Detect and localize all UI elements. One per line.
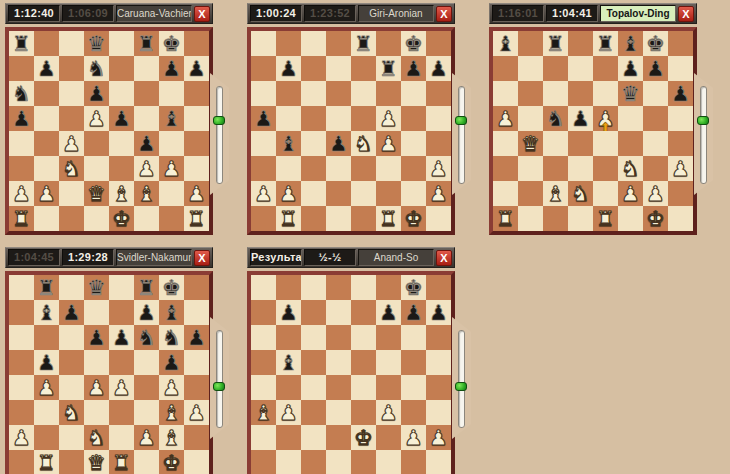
square-c8[interactable]: [59, 31, 84, 56]
square-g4[interactable]: [401, 131, 426, 156]
square-g4[interactable]: [401, 375, 426, 400]
square-a1[interactable]: [9, 450, 34, 474]
square-f1[interactable]: [618, 206, 643, 231]
close-button[interactable]: X: [436, 250, 452, 266]
square-a2[interactable]: [493, 181, 518, 206]
square-h5[interactable]: [184, 350, 209, 375]
square-e1[interactable]: ♜: [593, 206, 618, 231]
square-c4[interactable]: [301, 375, 326, 400]
square-d2[interactable]: ♞: [568, 181, 593, 206]
square-b8[interactable]: [276, 275, 301, 300]
square-g3[interactable]: [401, 156, 426, 181]
square-c4[interactable]: ♟: [59, 131, 84, 156]
square-d2[interactable]: ♞: [84, 425, 109, 450]
square-h4[interactable]: [426, 375, 451, 400]
square-e1[interactable]: [351, 450, 376, 474]
square-c1[interactable]: [59, 450, 84, 474]
square-f7[interactable]: ♜: [376, 56, 401, 81]
square-d6[interactable]: [326, 81, 351, 106]
square-e6[interactable]: [351, 81, 376, 106]
square-b7[interactable]: ♝: [34, 300, 59, 325]
square-a3[interactable]: [9, 400, 34, 425]
square-d7[interactable]: ♞: [84, 56, 109, 81]
square-h4[interactable]: [184, 131, 209, 156]
square-f2[interactable]: ♝: [134, 181, 159, 206]
square-a6[interactable]: [9, 325, 34, 350]
square-h6[interactable]: ♟: [184, 325, 209, 350]
square-e2[interactable]: [593, 181, 618, 206]
square-e5[interactable]: [351, 106, 376, 131]
square-e3[interactable]: [109, 156, 134, 181]
square-a5[interactable]: [251, 350, 276, 375]
square-e6[interactable]: [593, 81, 618, 106]
square-c4[interactable]: [59, 375, 84, 400]
square-b3[interactable]: [276, 156, 301, 181]
window-titlebar[interactable]: Результа ½-½ Anand-So X: [247, 247, 455, 268]
square-e4[interactable]: ♞: [351, 131, 376, 156]
square-h8[interactable]: [184, 275, 209, 300]
square-c3[interactable]: ♞: [59, 156, 84, 181]
square-d3[interactable]: [568, 156, 593, 181]
square-f3[interactable]: ♟: [376, 400, 401, 425]
square-f5[interactable]: [134, 350, 159, 375]
square-d6[interactable]: [326, 325, 351, 350]
square-g1[interactable]: ♚: [643, 206, 668, 231]
square-f3[interactable]: [134, 400, 159, 425]
square-e6[interactable]: [109, 81, 134, 106]
square-a3[interactable]: [493, 156, 518, 181]
square-b5[interactable]: [518, 106, 543, 131]
square-b7[interactable]: ♟: [276, 300, 301, 325]
square-g2[interactable]: ♟: [401, 425, 426, 450]
square-b1[interactable]: ♜: [34, 450, 59, 474]
square-c7[interactable]: ♟: [59, 300, 84, 325]
square-f8[interactable]: ♜: [134, 275, 159, 300]
square-a5[interactable]: [9, 350, 34, 375]
square-g5[interactable]: ♟: [159, 350, 184, 375]
square-f5[interactable]: [618, 106, 643, 131]
window-titlebar[interactable]: 1:00:24 1:23:52 Giri-Aronian X: [247, 3, 455, 24]
square-d1[interactable]: [326, 206, 351, 231]
square-e8[interactable]: [351, 275, 376, 300]
square-f6[interactable]: [376, 81, 401, 106]
square-d3[interactable]: [84, 400, 109, 425]
square-h1[interactable]: [184, 450, 209, 474]
square-c4[interactable]: [301, 131, 326, 156]
square-e3[interactable]: [593, 156, 618, 181]
square-e7[interactable]: [109, 300, 134, 325]
square-h2[interactable]: ♟: [426, 181, 451, 206]
square-e8[interactable]: [109, 31, 134, 56]
square-d6[interactable]: ♟: [84, 81, 109, 106]
square-d5[interactable]: ♟: [568, 106, 593, 131]
square-b7[interactable]: ♟: [276, 56, 301, 81]
square-a8[interactable]: [251, 31, 276, 56]
square-b2[interactable]: ♟: [34, 181, 59, 206]
square-f6[interactable]: ♞: [134, 325, 159, 350]
slider-thumb[interactable]: [213, 116, 225, 125]
square-h4[interactable]: [426, 131, 451, 156]
square-h1[interactable]: [426, 206, 451, 231]
square-a2[interactable]: ♟: [251, 181, 276, 206]
square-d1[interactable]: [568, 206, 593, 231]
square-e2[interactable]: [351, 181, 376, 206]
square-g7[interactable]: ♟: [401, 300, 426, 325]
square-g8[interactable]: ♚: [159, 31, 184, 56]
square-e8[interactable]: [109, 275, 134, 300]
close-button[interactable]: X: [194, 6, 210, 22]
square-f1[interactable]: [134, 206, 159, 231]
square-h1[interactable]: [668, 206, 693, 231]
square-g1[interactable]: [401, 450, 426, 474]
square-a7[interactable]: [9, 56, 34, 81]
square-b3[interactable]: [34, 400, 59, 425]
square-c6[interactable]: [543, 81, 568, 106]
slider-thumb[interactable]: [213, 382, 225, 391]
square-f7[interactable]: ♟: [618, 56, 643, 81]
square-f8[interactable]: ♝: [618, 31, 643, 56]
square-h8[interactable]: [426, 31, 451, 56]
square-e2[interactable]: [109, 425, 134, 450]
square-c1[interactable]: [543, 206, 568, 231]
square-a8[interactable]: [251, 275, 276, 300]
square-a6[interactable]: [251, 325, 276, 350]
square-c2[interactable]: [59, 181, 84, 206]
square-d8[interactable]: [326, 275, 351, 300]
square-d3[interactable]: [84, 156, 109, 181]
square-f2[interactable]: ♟: [618, 181, 643, 206]
square-g5[interactable]: ♝: [159, 106, 184, 131]
square-d7[interactable]: [568, 56, 593, 81]
square-d4[interactable]: [568, 131, 593, 156]
square-a4[interactable]: [493, 131, 518, 156]
square-d1[interactable]: [326, 450, 351, 474]
square-h7[interactable]: [184, 300, 209, 325]
square-d8[interactable]: [326, 31, 351, 56]
square-c4[interactable]: [543, 131, 568, 156]
square-d3[interactable]: [326, 400, 351, 425]
square-c8[interactable]: ♜: [543, 31, 568, 56]
square-a5[interactable]: ♟: [493, 106, 518, 131]
square-a4[interactable]: [9, 131, 34, 156]
square-h8[interactable]: [184, 31, 209, 56]
square-b6[interactable]: [34, 81, 59, 106]
square-b7[interactable]: ♟: [34, 56, 59, 81]
slider-track[interactable]: [700, 86, 707, 184]
square-g3[interactable]: [643, 156, 668, 181]
square-a1[interactable]: [251, 450, 276, 474]
square-b4[interactable]: ♝: [276, 131, 301, 156]
square-e3[interactable]: [351, 400, 376, 425]
square-b8[interactable]: [518, 31, 543, 56]
square-a4[interactable]: [251, 375, 276, 400]
square-f3[interactable]: ♞: [618, 156, 643, 181]
square-c1[interactable]: [301, 450, 326, 474]
square-g6[interactable]: [643, 81, 668, 106]
square-e5[interactable]: ♟⬆: [593, 106, 618, 131]
square-h3[interactable]: ♟: [668, 156, 693, 181]
slider-track[interactable]: [458, 330, 465, 428]
square-g1[interactable]: ♚: [159, 450, 184, 474]
square-g4[interactable]: [159, 131, 184, 156]
square-g8[interactable]: ♚: [643, 31, 668, 56]
square-h5[interactable]: [426, 106, 451, 131]
square-g5[interactable]: [401, 106, 426, 131]
square-a6[interactable]: [251, 81, 276, 106]
square-a7[interactable]: [251, 300, 276, 325]
square-f2[interactable]: [376, 425, 401, 450]
square-e5[interactable]: [351, 350, 376, 375]
square-e5[interactable]: [109, 350, 134, 375]
square-f1[interactable]: [376, 450, 401, 474]
square-a4[interactable]: [251, 131, 276, 156]
square-d5[interactable]: [326, 106, 351, 131]
square-d6[interactable]: ♟: [84, 325, 109, 350]
square-c6[interactable]: [59, 325, 84, 350]
square-g7[interactable]: ♝: [159, 300, 184, 325]
square-a3[interactable]: [9, 156, 34, 181]
square-g7[interactable]: ♟: [159, 56, 184, 81]
square-g5[interactable]: [401, 350, 426, 375]
square-h6[interactable]: ♟: [668, 81, 693, 106]
square-h7[interactable]: ♟: [426, 56, 451, 81]
square-e7[interactable]: [351, 56, 376, 81]
square-a3[interactable]: ♝: [251, 400, 276, 425]
square-h6[interactable]: [426, 81, 451, 106]
square-c7[interactable]: [543, 56, 568, 81]
square-d2[interactable]: ♛: [84, 181, 109, 206]
square-d2[interactable]: [326, 181, 351, 206]
square-b8[interactable]: ♜: [34, 275, 59, 300]
square-d5[interactable]: [84, 350, 109, 375]
close-button[interactable]: X: [436, 6, 452, 22]
square-f1[interactable]: [134, 450, 159, 474]
square-b4[interactable]: ♛: [518, 131, 543, 156]
square-h5[interactable]: [426, 350, 451, 375]
square-g8[interactable]: ♚: [401, 275, 426, 300]
square-e1[interactable]: ♚: [109, 206, 134, 231]
square-f8[interactable]: ♜: [134, 31, 159, 56]
square-h1[interactable]: ♜: [184, 206, 209, 231]
square-d5[interactable]: [326, 350, 351, 375]
square-e1[interactable]: ♜: [109, 450, 134, 474]
square-e2[interactable]: ♚: [351, 425, 376, 450]
slider-thumb[interactable]: [455, 116, 467, 125]
square-b1[interactable]: [34, 206, 59, 231]
square-c5[interactable]: [59, 106, 84, 131]
square-e4[interactable]: ♟: [109, 375, 134, 400]
square-d7[interactable]: [326, 56, 351, 81]
square-g2[interactable]: ♟: [643, 181, 668, 206]
slider-track[interactable]: [216, 86, 223, 184]
square-e7[interactable]: [109, 56, 134, 81]
square-g1[interactable]: ♚: [401, 206, 426, 231]
square-f6[interactable]: ♛: [618, 81, 643, 106]
square-f4[interactable]: [376, 375, 401, 400]
square-a6[interactable]: ♞: [9, 81, 34, 106]
square-f2[interactable]: ♟: [134, 425, 159, 450]
square-g8[interactable]: ♚: [401, 31, 426, 56]
square-a3[interactable]: [251, 156, 276, 181]
square-h2[interactable]: ♟: [426, 425, 451, 450]
square-c6[interactable]: [301, 325, 326, 350]
square-a1[interactable]: ♜: [493, 206, 518, 231]
square-e4[interactable]: [109, 131, 134, 156]
square-b5[interactable]: [276, 106, 301, 131]
square-h6[interactable]: [184, 81, 209, 106]
square-a7[interactable]: [9, 300, 34, 325]
square-a5[interactable]: ♟: [251, 106, 276, 131]
square-h4[interactable]: [184, 375, 209, 400]
square-f5[interactable]: [376, 350, 401, 375]
square-g5[interactable]: [643, 106, 668, 131]
square-f5[interactable]: [134, 106, 159, 131]
square-d1[interactable]: ♛: [84, 450, 109, 474]
square-e4[interactable]: [351, 375, 376, 400]
square-b4[interactable]: ♟: [34, 375, 59, 400]
square-a7[interactable]: [493, 56, 518, 81]
square-b3[interactable]: [518, 156, 543, 181]
square-h7[interactable]: [668, 56, 693, 81]
square-g6[interactable]: ♞: [159, 325, 184, 350]
square-f4[interactable]: [134, 375, 159, 400]
square-e1[interactable]: [351, 206, 376, 231]
square-d4[interactable]: [84, 131, 109, 156]
square-c6[interactable]: [301, 81, 326, 106]
square-g4[interactable]: ♟: [159, 375, 184, 400]
square-d7[interactable]: [326, 300, 351, 325]
square-f5[interactable]: ♟: [376, 106, 401, 131]
square-f8[interactable]: [376, 275, 401, 300]
slider-track[interactable]: [216, 330, 223, 428]
square-c3[interactable]: [543, 156, 568, 181]
square-g2[interactable]: [401, 181, 426, 206]
square-c3[interactable]: [301, 400, 326, 425]
square-b6[interactable]: [34, 325, 59, 350]
square-b2[interactable]: [276, 425, 301, 450]
slider-thumb[interactable]: [697, 116, 709, 125]
square-g4[interactable]: [643, 131, 668, 156]
square-e8[interactable]: ♜: [351, 31, 376, 56]
square-b3[interactable]: [34, 156, 59, 181]
square-f3[interactable]: ♟: [134, 156, 159, 181]
window-titlebar[interactable]: 1:12:40 1:06:09 Caruana-Vachier-Lagrave …: [5, 3, 213, 24]
square-d1[interactable]: [84, 206, 109, 231]
square-h2[interactable]: [668, 181, 693, 206]
close-button[interactable]: X: [194, 250, 210, 266]
square-d8[interactable]: ♛: [84, 31, 109, 56]
square-g2[interactable]: [159, 181, 184, 206]
square-e8[interactable]: ♜: [593, 31, 618, 56]
square-b5[interactable]: [34, 106, 59, 131]
square-c5[interactable]: [59, 350, 84, 375]
square-h1[interactable]: [426, 450, 451, 474]
square-c1[interactable]: [301, 206, 326, 231]
square-c7[interactable]: [301, 300, 326, 325]
square-h8[interactable]: [668, 31, 693, 56]
square-a6[interactable]: [493, 81, 518, 106]
square-e7[interactable]: [351, 300, 376, 325]
square-e6[interactable]: [351, 325, 376, 350]
square-d3[interactable]: [326, 156, 351, 181]
square-a1[interactable]: [251, 206, 276, 231]
square-b5[interactable]: ♝: [276, 350, 301, 375]
square-h5[interactable]: [668, 106, 693, 131]
square-g6[interactable]: [159, 81, 184, 106]
square-f4[interactable]: ♟: [134, 131, 159, 156]
square-h2[interactable]: [184, 425, 209, 450]
square-b5[interactable]: ♟: [34, 350, 59, 375]
square-c5[interactable]: [301, 106, 326, 131]
square-d8[interactable]: ♛: [84, 275, 109, 300]
square-c3[interactable]: ♞: [59, 400, 84, 425]
square-d4[interactable]: ♟: [84, 375, 109, 400]
square-c7[interactable]: [59, 56, 84, 81]
square-c5[interactable]: ♞: [543, 106, 568, 131]
square-f1[interactable]: ♜: [376, 206, 401, 231]
square-c2[interactable]: [59, 425, 84, 450]
square-c7[interactable]: [301, 56, 326, 81]
square-a8[interactable]: [9, 275, 34, 300]
square-b7[interactable]: [518, 56, 543, 81]
square-f2[interactable]: [376, 181, 401, 206]
square-a1[interactable]: ♜: [9, 206, 34, 231]
square-a2[interactable]: [251, 425, 276, 450]
square-b8[interactable]: [276, 31, 301, 56]
square-b1[interactable]: [276, 450, 301, 474]
square-h3[interactable]: [184, 156, 209, 181]
square-g7[interactable]: ♟: [643, 56, 668, 81]
slider-track[interactable]: [458, 86, 465, 184]
square-f7[interactable]: [134, 56, 159, 81]
square-a2[interactable]: ♟: [9, 425, 34, 450]
square-g6[interactable]: [401, 325, 426, 350]
square-c3[interactable]: [301, 156, 326, 181]
square-d6[interactable]: [568, 81, 593, 106]
square-c8[interactable]: [301, 275, 326, 300]
square-a7[interactable]: [251, 56, 276, 81]
square-b2[interactable]: [34, 425, 59, 450]
square-b2[interactable]: ♟: [276, 181, 301, 206]
square-f8[interactable]: [376, 31, 401, 56]
square-g2[interactable]: ♝: [159, 425, 184, 450]
square-b6[interactable]: [518, 81, 543, 106]
square-a4[interactable]: [9, 375, 34, 400]
square-c8[interactable]: [301, 31, 326, 56]
square-e5[interactable]: ♟: [109, 106, 134, 131]
square-c2[interactable]: ♝: [543, 181, 568, 206]
square-f7[interactable]: ♟: [134, 300, 159, 325]
square-f6[interactable]: [134, 81, 159, 106]
square-c8[interactable]: [59, 275, 84, 300]
square-b1[interactable]: ♜: [276, 206, 301, 231]
square-a5[interactable]: ♟: [9, 106, 34, 131]
square-d5[interactable]: ♟: [84, 106, 109, 131]
square-c5[interactable]: [301, 350, 326, 375]
window-titlebar[interactable]: 1:04:45 1:29:28 Svidler-Nakamura X: [5, 247, 213, 268]
square-g3[interactable]: [401, 400, 426, 425]
square-f4[interactable]: ♟: [376, 131, 401, 156]
square-h6[interactable]: [426, 325, 451, 350]
square-f3[interactable]: [376, 156, 401, 181]
square-h3[interactable]: [426, 400, 451, 425]
square-c2[interactable]: [301, 425, 326, 450]
square-f4[interactable]: [618, 131, 643, 156]
square-h2[interactable]: ♟: [184, 181, 209, 206]
square-c2[interactable]: [301, 181, 326, 206]
square-f6[interactable]: [376, 325, 401, 350]
square-h3[interactable]: ♟: [426, 156, 451, 181]
